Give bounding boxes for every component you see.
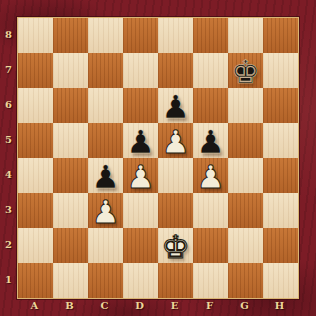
white-king[interactable]: ♚ (161, 231, 190, 263)
square-d1[interactable] (123, 263, 158, 298)
rank-label-4: 4 (0, 157, 17, 192)
square-h3[interactable] (263, 193, 298, 228)
rank-label-5: 5 (0, 122, 17, 157)
black-king[interactable]: ♚ (231, 56, 260, 88)
square-g2[interactable] (228, 228, 263, 263)
square-f6[interactable] (193, 88, 228, 123)
square-g4[interactable] (228, 158, 263, 193)
square-a2[interactable] (18, 228, 53, 263)
square-a5[interactable] (18, 123, 53, 158)
rank-label-7: 7 (0, 52, 17, 87)
square-b8[interactable] (53, 18, 88, 53)
square-h5[interactable] (263, 123, 298, 158)
black-pawn[interactable]: ♟ (196, 126, 225, 158)
square-f1[interactable] (193, 263, 228, 298)
square-d2[interactable] (123, 228, 158, 263)
square-a6[interactable] (18, 88, 53, 123)
square-a8[interactable] (18, 18, 53, 53)
file-label-f: F (192, 295, 227, 315)
square-e6[interactable]: ♟ (158, 88, 193, 123)
square-f2[interactable] (193, 228, 228, 263)
black-pawn[interactable]: ♟ (161, 91, 190, 123)
rank-label-3: 3 (0, 192, 17, 227)
square-f4[interactable]: ♟ (193, 158, 228, 193)
square-e4[interactable] (158, 158, 193, 193)
white-pawn[interactable]: ♟ (161, 126, 190, 158)
file-label-c: C (87, 295, 122, 315)
square-h4[interactable] (263, 158, 298, 193)
square-b5[interactable] (53, 123, 88, 158)
rank-label-2: 2 (0, 227, 17, 262)
rank-label-1: 1 (0, 262, 17, 297)
square-g8[interactable] (228, 18, 263, 53)
board-frame: { "game": "chess", "board": { "files": [… (0, 0, 316, 316)
black-pawn[interactable]: ♟ (126, 126, 155, 158)
square-h1[interactable] (263, 263, 298, 298)
file-label-a: A (17, 295, 52, 315)
square-h6[interactable] (263, 88, 298, 123)
black-pawn[interactable]: ♟ (91, 161, 120, 193)
white-pawn[interactable]: ♟ (91, 196, 120, 228)
square-g6[interactable] (228, 88, 263, 123)
square-h2[interactable] (263, 228, 298, 263)
rank-label-6: 6 (0, 87, 17, 122)
file-labels: ABCDEFGH (17, 295, 297, 315)
square-a7[interactable] (18, 53, 53, 88)
file-label-d: D (122, 295, 157, 315)
square-g3[interactable] (228, 193, 263, 228)
square-f8[interactable] (193, 18, 228, 53)
square-c7[interactable] (88, 53, 123, 88)
square-b2[interactable] (53, 228, 88, 263)
square-g1[interactable] (228, 263, 263, 298)
square-e7[interactable] (158, 53, 193, 88)
square-d7[interactable] (123, 53, 158, 88)
square-d4[interactable]: ♟ (123, 158, 158, 193)
square-b1[interactable] (53, 263, 88, 298)
file-label-h: H (262, 295, 297, 315)
square-d3[interactable] (123, 193, 158, 228)
square-h7[interactable] (263, 53, 298, 88)
square-f3[interactable] (193, 193, 228, 228)
square-e8[interactable] (158, 18, 193, 53)
square-c1[interactable] (88, 263, 123, 298)
square-b3[interactable] (53, 193, 88, 228)
square-c5[interactable] (88, 123, 123, 158)
square-d8[interactable] (123, 18, 158, 53)
square-g7[interactable]: ♚ (228, 53, 263, 88)
square-f5[interactable]: ♟ (193, 123, 228, 158)
white-pawn[interactable]: ♟ (126, 161, 155, 193)
square-c4[interactable]: ♟ (88, 158, 123, 193)
rank-label-8: 8 (0, 17, 17, 52)
square-b4[interactable] (53, 158, 88, 193)
square-e2[interactable]: ♚ (158, 228, 193, 263)
square-e1[interactable] (158, 263, 193, 298)
square-a4[interactable] (18, 158, 53, 193)
square-d5[interactable]: ♟ (123, 123, 158, 158)
square-a3[interactable] (18, 193, 53, 228)
square-c8[interactable] (88, 18, 123, 53)
square-e3[interactable] (158, 193, 193, 228)
file-label-e: E (157, 295, 192, 315)
square-a1[interactable] (18, 263, 53, 298)
square-h8[interactable] (263, 18, 298, 53)
square-e5[interactable]: ♟ (158, 123, 193, 158)
square-g5[interactable] (228, 123, 263, 158)
square-b7[interactable] (53, 53, 88, 88)
white-pawn[interactable]: ♟ (196, 161, 225, 193)
square-c3[interactable]: ♟ (88, 193, 123, 228)
square-c6[interactable] (88, 88, 123, 123)
square-d6[interactable] (123, 88, 158, 123)
square-b6[interactable] (53, 88, 88, 123)
rank-labels: 87654321 (0, 17, 17, 297)
square-f7[interactable] (193, 53, 228, 88)
square-c2[interactable] (88, 228, 123, 263)
file-label-g: G (227, 295, 262, 315)
chess-board: ♚♟♟♟♟♟♟♟♟♚ (17, 17, 299, 299)
file-label-b: B (52, 295, 87, 315)
